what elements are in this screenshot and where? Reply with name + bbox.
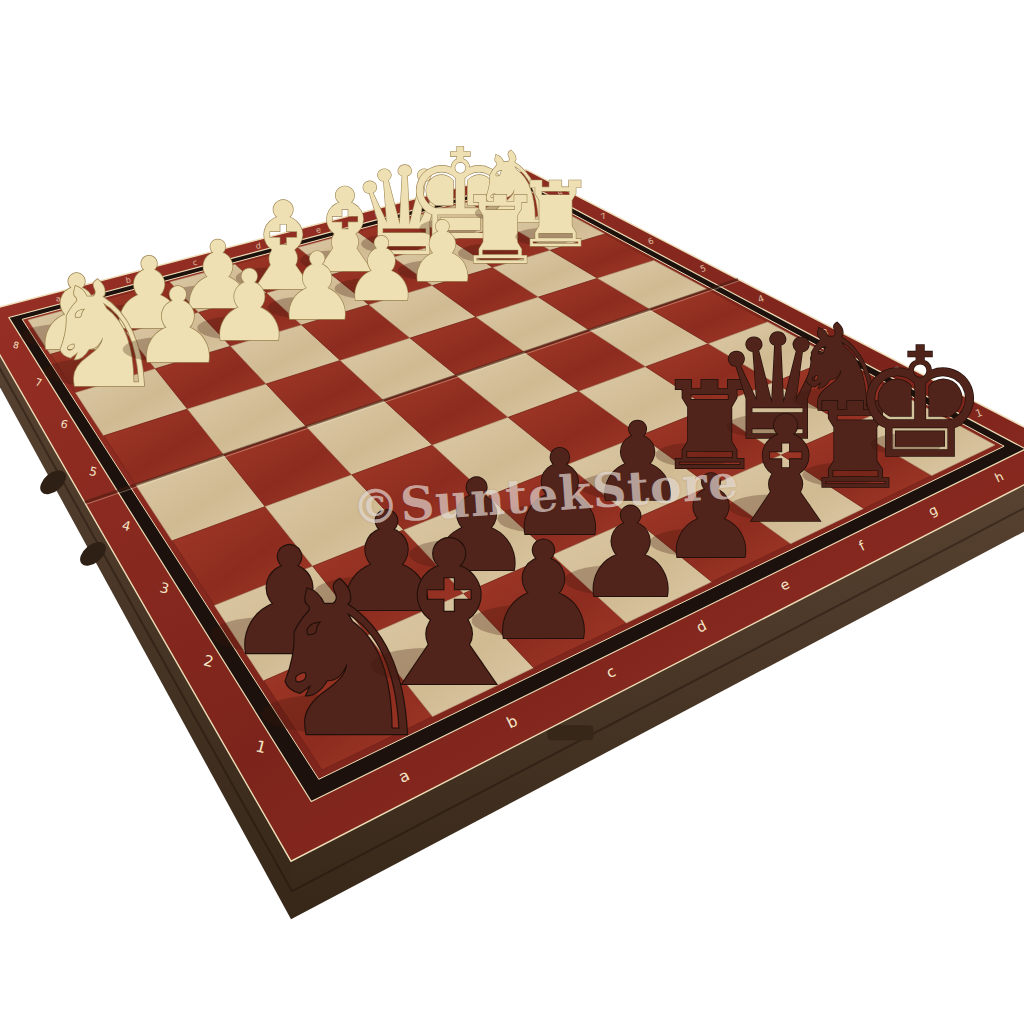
- piece-black-king-h1[interactable]: ♚: [852, 315, 988, 492]
- piece-white-rook-h7[interactable]: ♜: [515, 162, 596, 267]
- product-photo-stage: 8877665544332211aabbccddeeffgghh♟♟♟♝♝♛♚♞…: [0, 0, 1024, 1024]
- latch-notch: [547, 725, 593, 740]
- chessboard: 8877665544332211aabbccddeeffgghh♟♟♟♝♝♛♚♞…: [0, 0, 1024, 1024]
